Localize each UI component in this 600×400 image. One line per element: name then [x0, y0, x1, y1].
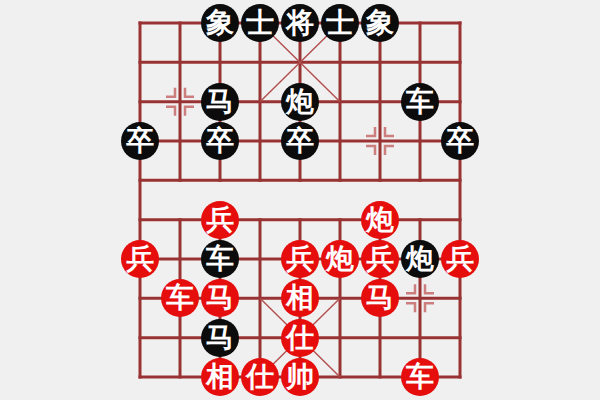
piece-red-soldier[interactable]: 兵 — [361, 240, 399, 278]
pieces-layer: 象士将士象马炮车卒卒卒卒车炮马兵炮兵兵炮兵兵车马相马仕相仕帅车 — [0, 0, 600, 400]
piece-black-chariot[interactable]: 车 — [401, 83, 439, 121]
piece-black-cannon[interactable]: 炮 — [281, 83, 319, 121]
piece-black-chariot[interactable]: 车 — [201, 240, 239, 278]
piece-red-elephant[interactable]: 相 — [201, 358, 239, 396]
piece-red-chariot[interactable]: 车 — [161, 279, 199, 317]
piece-red-soldier[interactable]: 兵 — [441, 240, 479, 278]
piece-black-horse[interactable]: 马 — [201, 319, 239, 357]
piece-black-soldier[interactable]: 卒 — [281, 122, 319, 160]
piece-black-elephant[interactable]: 象 — [361, 4, 399, 42]
piece-red-advisor[interactable]: 仕 — [281, 319, 319, 357]
xiangqi-board: 象士将士象马炮车卒卒卒卒车炮马兵炮兵兵炮兵兵车马相马仕相仕帅车 — [0, 0, 600, 400]
piece-red-chariot[interactable]: 车 — [401, 358, 439, 396]
piece-black-soldier[interactable]: 卒 — [121, 122, 159, 160]
piece-red-horse[interactable]: 马 — [201, 279, 239, 317]
piece-black-horse[interactable]: 马 — [201, 83, 239, 121]
piece-red-cannon[interactable]: 炮 — [321, 240, 359, 278]
piece-black-advisor[interactable]: 士 — [241, 4, 279, 42]
piece-black-elephant[interactable]: 象 — [201, 4, 239, 42]
piece-black-soldier[interactable]: 卒 — [441, 122, 479, 160]
piece-red-soldier[interactable]: 兵 — [201, 201, 239, 239]
piece-red-soldier[interactable]: 兵 — [121, 240, 159, 278]
piece-black-soldier[interactable]: 卒 — [201, 122, 239, 160]
piece-red-horse[interactable]: 马 — [361, 279, 399, 317]
piece-red-soldier[interactable]: 兵 — [281, 240, 319, 278]
piece-black-advisor[interactable]: 士 — [321, 4, 359, 42]
piece-black-cannon[interactable]: 炮 — [401, 240, 439, 278]
piece-red-elephant[interactable]: 相 — [281, 279, 319, 317]
piece-red-advisor[interactable]: 仕 — [241, 358, 279, 396]
piece-red-cannon[interactable]: 炮 — [361, 201, 399, 239]
piece-red-general[interactable]: 帅 — [281, 358, 319, 396]
piece-black-general[interactable]: 将 — [281, 4, 319, 42]
